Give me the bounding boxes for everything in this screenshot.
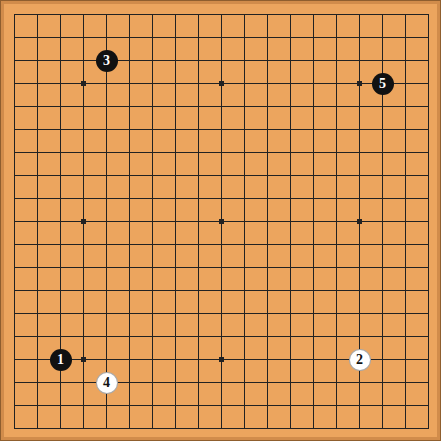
board-intersection	[325, 210, 348, 233]
board-intersection	[118, 256, 141, 279]
board-intersection	[417, 210, 440, 233]
board-intersection	[3, 118, 26, 141]
board-intersection	[417, 279, 440, 302]
board-intersection	[49, 256, 72, 279]
board-intersection	[417, 371, 440, 394]
board-intersection	[210, 118, 233, 141]
board-intersection	[279, 233, 302, 256]
board-intersection	[3, 141, 26, 164]
board-intersection	[164, 371, 187, 394]
board-intersection	[141, 302, 164, 325]
board-intersection	[417, 233, 440, 256]
board-intersection	[49, 118, 72, 141]
board-intersection	[348, 187, 371, 210]
board-intersection	[417, 302, 440, 325]
board-intersection	[3, 49, 26, 72]
board-intersection	[49, 3, 72, 26]
board-intersection	[49, 95, 72, 118]
board-intersection	[118, 348, 141, 371]
board-intersection	[210, 325, 233, 348]
board-intersection	[279, 95, 302, 118]
board-intersection	[325, 279, 348, 302]
board-intersection	[26, 279, 49, 302]
board-intersection	[256, 279, 279, 302]
board-intersection	[118, 49, 141, 72]
board-intersection	[26, 256, 49, 279]
board-intersection	[118, 95, 141, 118]
board-intersection	[302, 26, 325, 49]
board-intersection	[26, 26, 49, 49]
board-intersection	[279, 49, 302, 72]
board-intersection	[417, 394, 440, 417]
board-intersection	[302, 348, 325, 371]
board-intersection	[26, 394, 49, 417]
board-intersection	[233, 302, 256, 325]
board-intersection	[302, 210, 325, 233]
board-intersection	[325, 141, 348, 164]
board-intersection	[256, 417, 279, 440]
board-intersection	[26, 3, 49, 26]
board-intersection	[348, 279, 371, 302]
board-star-point: 2	[348, 348, 371, 371]
board-intersection	[187, 187, 210, 210]
board-intersection	[371, 26, 394, 49]
board-intersection	[325, 26, 348, 49]
board-intersection	[256, 164, 279, 187]
board-intersection	[348, 233, 371, 256]
board-intersection	[279, 72, 302, 95]
board-intersection	[118, 118, 141, 141]
board-intersection	[210, 302, 233, 325]
board-intersection	[141, 279, 164, 302]
board-intersection	[49, 233, 72, 256]
board-intersection	[141, 233, 164, 256]
board-intersection	[141, 371, 164, 394]
board-intersection	[210, 26, 233, 49]
board-intersection	[164, 72, 187, 95]
board-intersection	[348, 256, 371, 279]
board-intersection	[348, 371, 371, 394]
board-intersection	[187, 3, 210, 26]
board-intersection	[118, 394, 141, 417]
board-star-point	[348, 72, 371, 95]
board-intersection	[95, 95, 118, 118]
board-intersection	[302, 233, 325, 256]
board-intersection	[417, 256, 440, 279]
board-intersection	[279, 417, 302, 440]
board-intersection	[394, 371, 417, 394]
board-intersection	[3, 279, 26, 302]
board-intersection	[417, 164, 440, 187]
board-intersection	[49, 394, 72, 417]
board-intersection	[256, 26, 279, 49]
board-intersection	[95, 233, 118, 256]
board-intersection	[371, 187, 394, 210]
board-intersection: 4	[95, 371, 118, 394]
board-intersection	[164, 394, 187, 417]
board-intersection	[95, 164, 118, 187]
stone-black-E17: 3	[96, 50, 118, 72]
board-intersection	[417, 325, 440, 348]
board-intersection	[3, 256, 26, 279]
board-intersection	[279, 302, 302, 325]
board-star-point	[348, 210, 371, 233]
stone-white-Q4: 2	[349, 349, 371, 371]
board-intersection	[164, 187, 187, 210]
board-intersection	[233, 233, 256, 256]
board-intersection	[256, 3, 279, 26]
board-intersection	[325, 371, 348, 394]
board-star-point	[72, 72, 95, 95]
board-intersection	[26, 187, 49, 210]
board-intersection	[72, 49, 95, 72]
board-intersection	[279, 256, 302, 279]
board-intersection	[95, 325, 118, 348]
board-intersection	[95, 302, 118, 325]
board-intersection	[118, 187, 141, 210]
board-intersection	[256, 95, 279, 118]
board-intersection	[256, 187, 279, 210]
board-intersection	[164, 233, 187, 256]
board-intersection	[371, 279, 394, 302]
board-intersection	[417, 72, 440, 95]
board-intersection	[164, 26, 187, 49]
board-intersection	[72, 164, 95, 187]
board-intersection	[95, 26, 118, 49]
board-intersection	[141, 210, 164, 233]
board-intersection	[141, 187, 164, 210]
board-intersection	[417, 3, 440, 26]
board-intersection	[394, 256, 417, 279]
board-intersection	[371, 95, 394, 118]
board-intersection	[187, 348, 210, 371]
board-intersection	[325, 302, 348, 325]
board-intersection	[164, 141, 187, 164]
board-intersection	[371, 3, 394, 26]
board-intersection	[394, 95, 417, 118]
board-intersection	[3, 95, 26, 118]
board-intersection	[95, 348, 118, 371]
board-intersection	[279, 371, 302, 394]
board-intersection	[26, 118, 49, 141]
board-intersection	[49, 417, 72, 440]
board-intersection	[279, 141, 302, 164]
board-intersection	[95, 118, 118, 141]
board-intersection	[394, 141, 417, 164]
board-intersection	[417, 118, 440, 141]
board-intersection	[279, 3, 302, 26]
board-intersection	[95, 279, 118, 302]
board-intersection	[49, 141, 72, 164]
board-intersection	[417, 187, 440, 210]
board-intersection	[325, 95, 348, 118]
board-intersection	[233, 256, 256, 279]
board-intersection	[371, 141, 394, 164]
board-intersection	[256, 141, 279, 164]
board-intersection	[233, 394, 256, 417]
board-intersection	[118, 141, 141, 164]
board-intersection	[72, 26, 95, 49]
board-intersection	[348, 417, 371, 440]
board-intersection	[118, 371, 141, 394]
board-intersection	[164, 325, 187, 348]
board-intersection	[210, 49, 233, 72]
board-intersection	[49, 26, 72, 49]
board-intersection	[233, 417, 256, 440]
board-intersection	[26, 210, 49, 233]
board-intersection	[394, 26, 417, 49]
board-intersection	[118, 72, 141, 95]
go-board-grid: 35124	[3, 3, 440, 440]
board-intersection	[210, 187, 233, 210]
board-intersection	[417, 95, 440, 118]
board-intersection	[325, 187, 348, 210]
board-intersection	[302, 72, 325, 95]
board-intersection	[49, 371, 72, 394]
board-intersection	[26, 95, 49, 118]
board-intersection	[302, 187, 325, 210]
board-intersection	[233, 325, 256, 348]
board-intersection	[141, 256, 164, 279]
board-intersection	[325, 417, 348, 440]
board-intersection	[371, 417, 394, 440]
board-intersection	[164, 279, 187, 302]
board-intersection	[26, 417, 49, 440]
board-intersection	[348, 3, 371, 26]
board-intersection	[256, 210, 279, 233]
board-intersection	[371, 348, 394, 371]
board-intersection	[164, 118, 187, 141]
board-intersection	[210, 256, 233, 279]
board-intersection	[72, 302, 95, 325]
board-intersection	[279, 279, 302, 302]
board-intersection	[3, 3, 26, 26]
board-intersection	[394, 233, 417, 256]
board-intersection	[348, 118, 371, 141]
board-intersection	[302, 394, 325, 417]
board-intersection	[187, 394, 210, 417]
board-intersection	[325, 72, 348, 95]
board-intersection	[256, 348, 279, 371]
board-intersection	[279, 187, 302, 210]
board-intersection	[95, 72, 118, 95]
board-intersection	[118, 26, 141, 49]
board-intersection	[394, 394, 417, 417]
board-intersection	[348, 164, 371, 187]
board-intersection	[3, 325, 26, 348]
board-intersection	[348, 26, 371, 49]
board-intersection	[141, 417, 164, 440]
board-intersection	[210, 394, 233, 417]
board-intersection	[394, 3, 417, 26]
board-intersection	[233, 187, 256, 210]
board-intersection	[187, 164, 210, 187]
board-intersection	[3, 210, 26, 233]
board-intersection	[26, 141, 49, 164]
board-intersection	[164, 256, 187, 279]
board-intersection	[26, 325, 49, 348]
board-intersection	[371, 394, 394, 417]
board-intersection	[279, 325, 302, 348]
board-intersection	[302, 256, 325, 279]
board-intersection	[348, 141, 371, 164]
board-intersection	[256, 256, 279, 279]
board-intersection	[95, 394, 118, 417]
board-intersection	[394, 348, 417, 371]
board-intersection	[233, 118, 256, 141]
board-intersection	[233, 26, 256, 49]
board-intersection	[256, 371, 279, 394]
board-intersection	[187, 371, 210, 394]
board-intersection	[164, 302, 187, 325]
board-intersection	[118, 302, 141, 325]
board-intersection	[3, 233, 26, 256]
board-intersection	[417, 417, 440, 440]
board-intersection	[141, 325, 164, 348]
board-intersection	[118, 417, 141, 440]
board-intersection	[95, 141, 118, 164]
board-intersection	[302, 118, 325, 141]
board-intersection	[187, 49, 210, 72]
board-intersection	[141, 118, 164, 141]
board-intersection	[279, 394, 302, 417]
board-intersection	[187, 210, 210, 233]
board-intersection	[394, 118, 417, 141]
board-intersection	[394, 187, 417, 210]
board-intersection	[394, 164, 417, 187]
board-intersection	[233, 279, 256, 302]
board-intersection	[302, 325, 325, 348]
board-intersection	[233, 72, 256, 95]
board-intersection	[302, 3, 325, 26]
board-intersection	[3, 417, 26, 440]
board-intersection	[394, 72, 417, 95]
board-intersection	[49, 49, 72, 72]
board-intersection	[187, 417, 210, 440]
board-intersection	[49, 187, 72, 210]
board-intersection	[417, 348, 440, 371]
board-intersection	[394, 302, 417, 325]
board-intersection	[187, 233, 210, 256]
board-intersection	[325, 348, 348, 371]
board-intersection	[3, 302, 26, 325]
board-intersection	[394, 417, 417, 440]
board-intersection	[325, 394, 348, 417]
board-intersection	[348, 49, 371, 72]
board-intersection: 3	[95, 49, 118, 72]
board-intersection	[279, 26, 302, 49]
board-intersection	[279, 118, 302, 141]
board-intersection	[3, 187, 26, 210]
board-intersection	[325, 233, 348, 256]
board-star-point	[210, 210, 233, 233]
board-intersection	[371, 164, 394, 187]
stone-black-C4: 1	[50, 349, 72, 371]
board-intersection	[279, 348, 302, 371]
board-intersection: 5	[371, 72, 394, 95]
board-intersection	[325, 49, 348, 72]
board-intersection	[26, 164, 49, 187]
board-intersection	[256, 394, 279, 417]
board-intersection	[118, 279, 141, 302]
board-intersection	[95, 210, 118, 233]
board-intersection	[233, 49, 256, 72]
board-intersection	[256, 72, 279, 95]
board-intersection	[325, 164, 348, 187]
board-intersection	[141, 26, 164, 49]
board-intersection	[3, 348, 26, 371]
board-intersection	[72, 325, 95, 348]
board-intersection	[187, 26, 210, 49]
board-intersection	[141, 141, 164, 164]
board-intersection	[72, 394, 95, 417]
board-intersection	[371, 325, 394, 348]
board-intersection	[95, 187, 118, 210]
board-intersection	[118, 210, 141, 233]
board-intersection	[233, 371, 256, 394]
board-intersection	[141, 164, 164, 187]
board-intersection	[279, 164, 302, 187]
board-intersection	[233, 95, 256, 118]
board-intersection	[72, 187, 95, 210]
board-intersection	[371, 118, 394, 141]
board-intersection	[302, 302, 325, 325]
board-intersection	[279, 210, 302, 233]
board-intersection	[3, 164, 26, 187]
board-intersection	[302, 279, 325, 302]
board-intersection	[187, 118, 210, 141]
board-intersection	[49, 302, 72, 325]
board-intersection	[72, 141, 95, 164]
board-intersection	[72, 371, 95, 394]
board-intersection	[141, 394, 164, 417]
board-intersection	[233, 210, 256, 233]
board-star-point	[210, 72, 233, 95]
board-intersection	[49, 210, 72, 233]
board-intersection	[348, 394, 371, 417]
go-board: 35124	[0, 0, 441, 441]
board-intersection	[233, 164, 256, 187]
board-star-point	[72, 210, 95, 233]
board-intersection	[256, 118, 279, 141]
board-intersection	[72, 256, 95, 279]
board-intersection	[187, 325, 210, 348]
board-intersection	[164, 164, 187, 187]
board-intersection	[141, 49, 164, 72]
board-intersection	[394, 210, 417, 233]
board-intersection	[95, 417, 118, 440]
board-intersection	[210, 141, 233, 164]
board-intersection	[26, 302, 49, 325]
board-intersection	[3, 72, 26, 95]
board-intersection	[164, 348, 187, 371]
board-intersection	[187, 72, 210, 95]
board-intersection	[302, 371, 325, 394]
board-star-point	[210, 348, 233, 371]
board-intersection	[72, 95, 95, 118]
board-intersection	[26, 49, 49, 72]
board-intersection	[141, 72, 164, 95]
board-intersection	[371, 233, 394, 256]
board-intersection	[371, 302, 394, 325]
board-intersection	[325, 118, 348, 141]
board-intersection	[325, 325, 348, 348]
board-intersection	[302, 164, 325, 187]
board-intersection	[187, 141, 210, 164]
board-intersection	[325, 256, 348, 279]
board-intersection	[394, 279, 417, 302]
board-star-point	[72, 348, 95, 371]
